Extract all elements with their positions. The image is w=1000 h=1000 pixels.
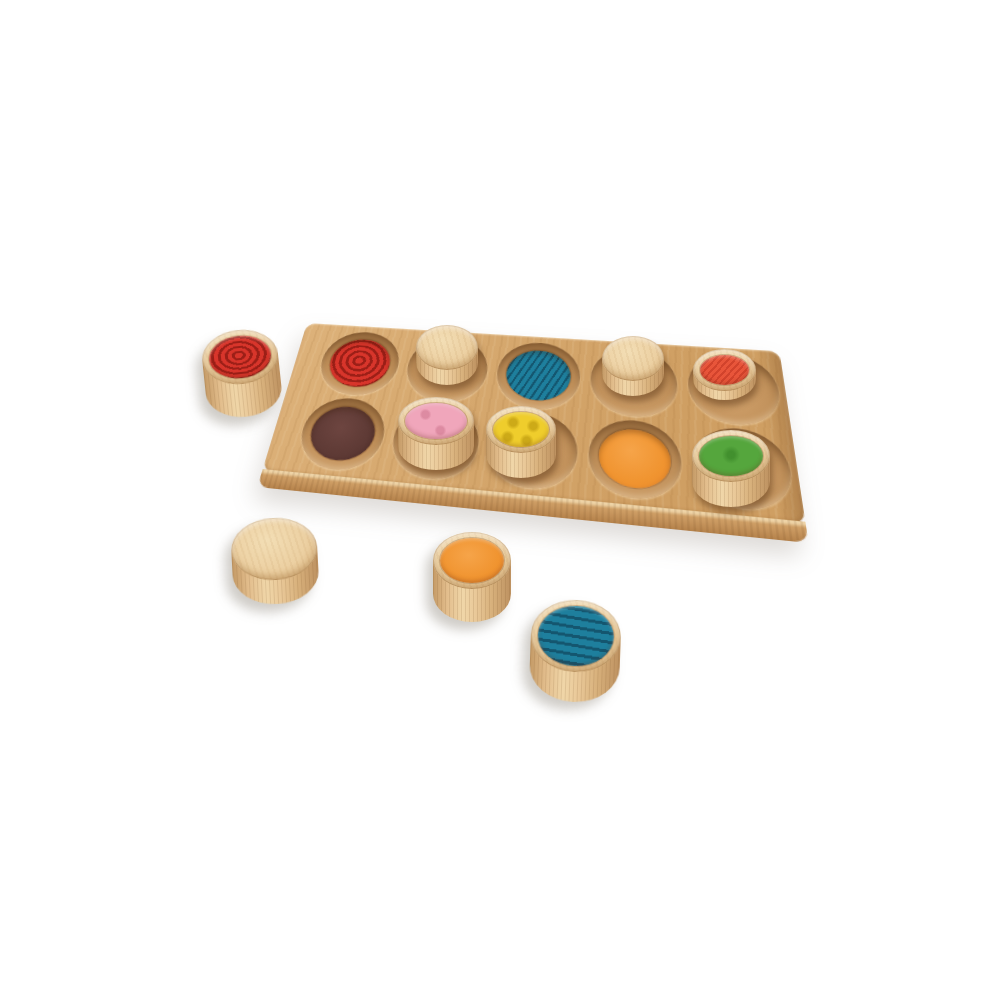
recess-r1c1[interactable]	[313, 330, 404, 398]
piece-face-orange-plain	[440, 538, 504, 583]
piece-top	[693, 349, 756, 391]
piece-green-plain-r2c5[interactable]	[692, 430, 770, 507]
piece-orange-plain-off-3[interactable]	[433, 532, 511, 623]
recess-r2c1[interactable]	[293, 396, 391, 474]
board-shadow-wrap	[0, 0, 1000, 1000]
disc-teal-stripes[interactable]	[504, 349, 572, 403]
piece-pink-dots-r2c2[interactable]	[398, 397, 474, 470]
piece-teal-stripes-off-4[interactable]	[529, 598, 623, 703]
piece-top	[416, 325, 478, 370]
piece-face-red-spiral	[207, 333, 273, 381]
piece-face-pink-dots	[405, 403, 467, 439]
disc-brown-plain[interactable]	[305, 405, 380, 464]
piece-red-hatch-r1c5[interactable]	[693, 349, 756, 400]
piece-wood-plain-r1c4[interactable]	[602, 336, 664, 397]
piece-top	[692, 430, 770, 482]
scene: wooden tactile memory matching board (10…	[0, 0, 1000, 1000]
piece-face-green-plain	[699, 436, 763, 476]
piece-face-red-hatch	[700, 355, 749, 385]
disc-orange-plain[interactable]	[598, 427, 672, 491]
piece-top	[433, 532, 511, 589]
piece-top	[602, 336, 664, 381]
piece-top	[398, 397, 474, 445]
recess-r1c3[interactable]	[494, 341, 582, 413]
piece-yellow-bumps-r2c3[interactable]	[486, 406, 556, 479]
recess-r2c4[interactable]	[588, 417, 684, 503]
disc-red-spiral[interactable]	[324, 338, 394, 389]
piece-red-spiral-off-1[interactable]	[199, 326, 284, 420]
piece-wood-plain-r1c2[interactable]	[416, 325, 478, 386]
piece-top	[486, 406, 556, 453]
piece-face-yellow-bumps	[493, 412, 549, 447]
piece-wood-plain-off-2[interactable]	[230, 516, 320, 606]
piece-face-teal-stripes	[537, 605, 615, 668]
